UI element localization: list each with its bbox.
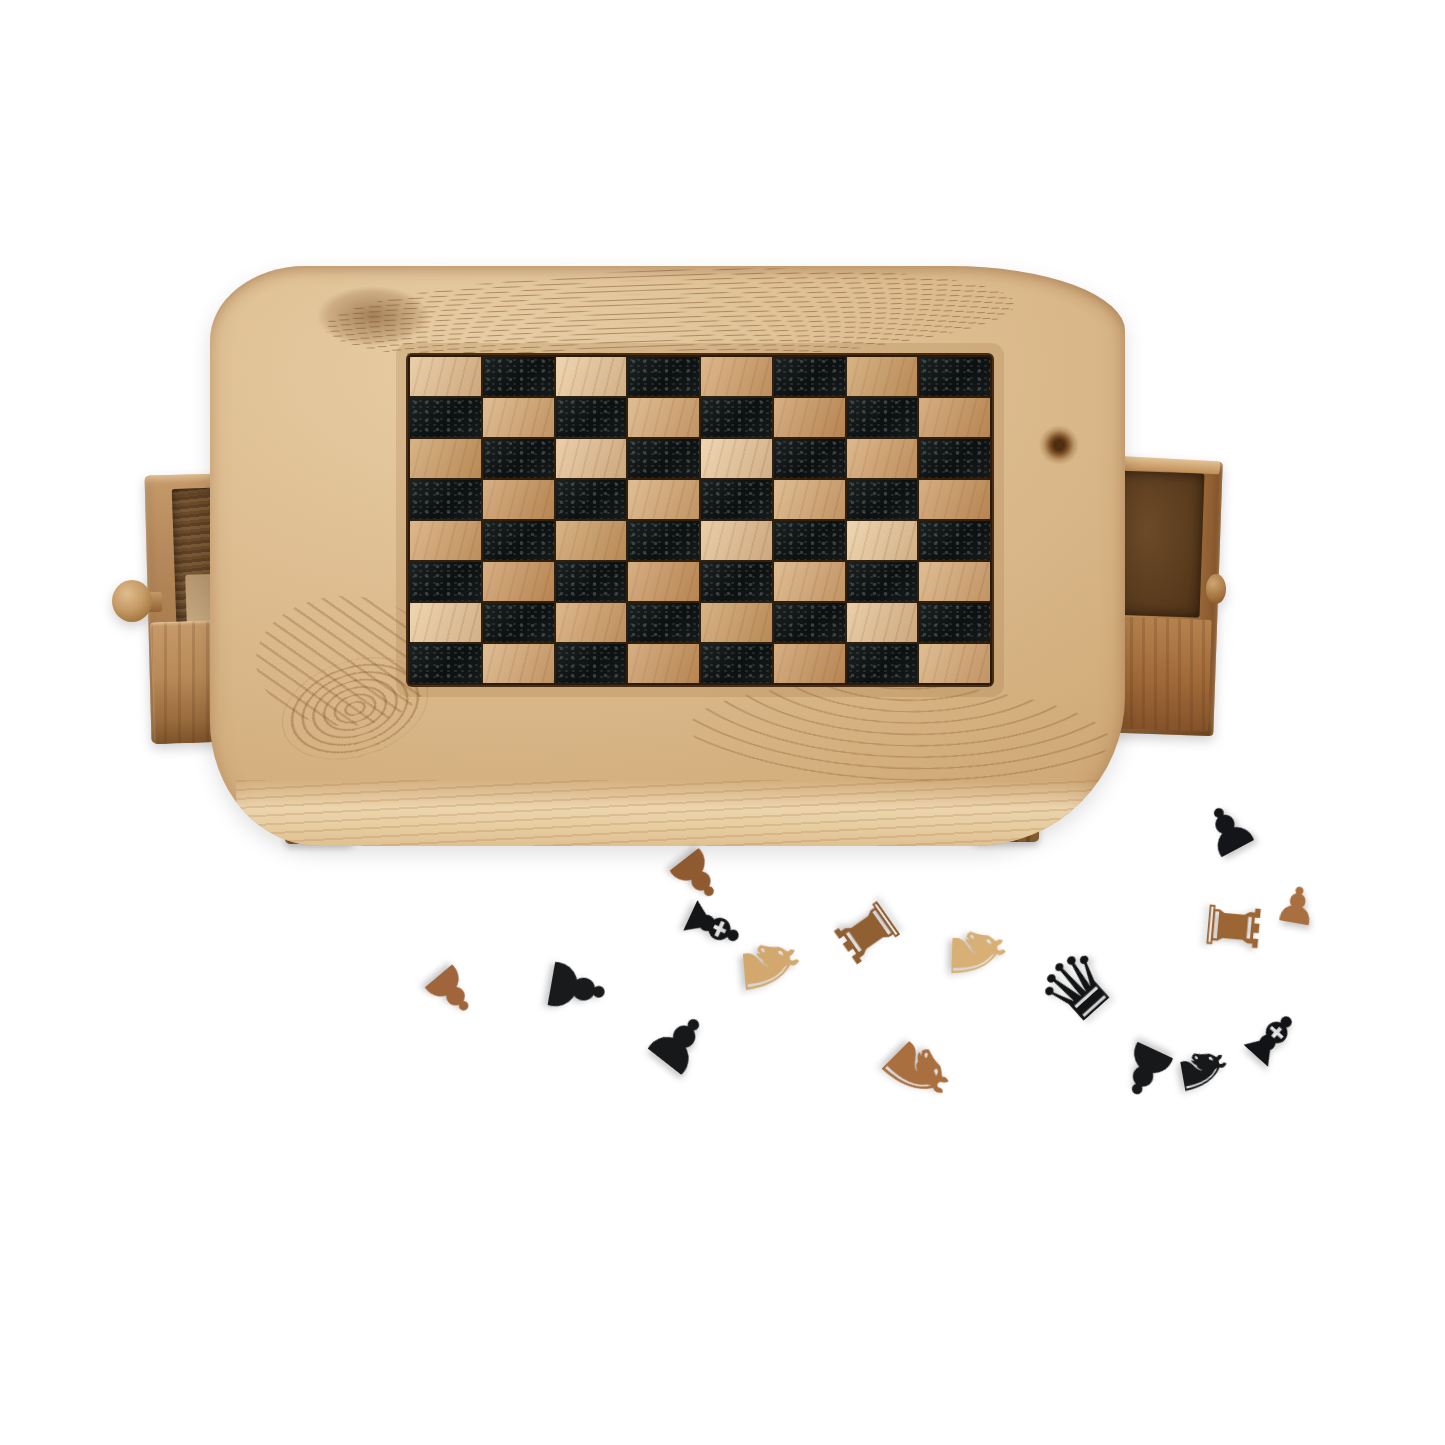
scattered-piece-black-queen[interactable]: ♛ bbox=[1023, 933, 1133, 1043]
scattered-pieces: ♟♟♟♝♞♟♜♞♛♟♞♟♜♟♞♝ bbox=[0, 0, 1445, 1445]
scattered-piece-black-pawn[interactable]: ♟ bbox=[535, 949, 619, 1027]
scattered-piece-wood-knight[interactable]: ♞ bbox=[940, 919, 1016, 988]
scattered-piece-black-pawn[interactable]: ♟ bbox=[632, 994, 727, 1090]
scattered-piece-wood-knight[interactable]: ♞ bbox=[863, 1017, 973, 1127]
scattered-piece-wood-knight[interactable]: ♞ bbox=[729, 929, 811, 1004]
scattered-piece-wood-pawn[interactable]: ♟ bbox=[412, 952, 492, 1033]
product-photo-scene: ♟♟♟♝♞♟♜♞♛♟♞♟♜♟♞♝ bbox=[0, 0, 1445, 1445]
scattered-piece-black-pawn[interactable]: ♟ bbox=[1189, 790, 1267, 871]
scattered-piece-wood-rook[interactable]: ♜ bbox=[1194, 892, 1269, 961]
scattered-piece-wood-rook[interactable]: ♜ bbox=[820, 885, 916, 979]
scattered-piece-wood-pawn[interactable]: ♟ bbox=[1271, 877, 1324, 934]
